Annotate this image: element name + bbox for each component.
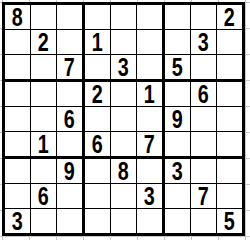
cell-r4c5[interactable] (111, 82, 136, 106)
cell-r5c6[interactable] (137, 107, 162, 131)
cell-r2c7[interactable] (165, 30, 190, 54)
cell-r9c3[interactable] (57, 209, 82, 233)
cell-r7c5[interactable]: 8 (111, 159, 136, 183)
cell-r1c2[interactable] (31, 5, 56, 29)
given-digit: 1 (92, 30, 103, 54)
cell-r3c3[interactable]: 7 (57, 55, 82, 79)
cell-r6c2[interactable]: 1 (31, 132, 56, 156)
box-3-1: 963 (5, 159, 82, 233)
cell-r9c5[interactable] (111, 209, 136, 233)
box-3-2: 83 (85, 159, 162, 233)
cell-r9c8[interactable] (191, 209, 216, 233)
given-digit: 3 (12, 209, 23, 233)
cell-r6c5[interactable] (111, 132, 136, 156)
given-digit: 9 (172, 107, 183, 131)
given-digit: 2 (38, 30, 49, 54)
given-digit: 3 (198, 30, 209, 54)
cell-r4c2[interactable] (31, 82, 56, 106)
cell-r6c7[interactable] (165, 132, 190, 156)
cell-r1c8[interactable] (191, 5, 216, 29)
given-digit: 8 (118, 159, 129, 183)
cell-r5c1[interactable] (5, 107, 30, 131)
cell-r7c6[interactable] (137, 159, 162, 183)
cell-r8c7[interactable] (165, 184, 190, 208)
given-digit: 6 (64, 107, 75, 131)
cell-r3c6[interactable] (137, 55, 162, 79)
cell-r8c9[interactable] (217, 184, 242, 208)
cell-r8c5[interactable] (111, 184, 136, 208)
cell-r4c1[interactable] (5, 82, 30, 106)
cell-r9c1[interactable]: 3 (5, 209, 30, 233)
cell-r1c1[interactable]: 8 (5, 5, 30, 29)
given-digit: 5 (224, 209, 235, 233)
cell-r7c2[interactable] (31, 159, 56, 183)
given-digit: 3 (118, 55, 129, 79)
page: 827132356121676996383375 (0, 0, 250, 240)
cell-r7c3[interactable]: 9 (57, 159, 82, 183)
cell-r1c9[interactable]: 2 (217, 5, 242, 29)
cell-r4c9[interactable] (217, 82, 242, 106)
cell-r3c7[interactable]: 5 (165, 55, 190, 79)
cell-r6c3[interactable] (57, 132, 82, 156)
cell-r2c9[interactable] (217, 30, 242, 54)
given-digit: 7 (198, 184, 209, 208)
cell-r7c8[interactable] (191, 159, 216, 183)
cell-r2c2[interactable]: 2 (31, 30, 56, 54)
cell-r9c9[interactable]: 5 (217, 209, 242, 233)
given-digit: 3 (144, 184, 155, 208)
cell-r2c6[interactable] (137, 30, 162, 54)
cell-r4c7[interactable] (165, 82, 190, 106)
box-2-3: 69 (165, 82, 242, 156)
cell-r1c4[interactable] (85, 5, 110, 29)
cell-r4c6[interactable]: 1 (137, 82, 162, 106)
cell-r8c1[interactable] (5, 184, 30, 208)
cell-r3c4[interactable] (85, 55, 110, 79)
cell-r2c8[interactable]: 3 (191, 30, 216, 54)
cell-r5c8[interactable] (191, 107, 216, 131)
cell-r3c9[interactable] (217, 55, 242, 79)
given-digit: 7 (64, 55, 75, 79)
box-1-3: 235 (165, 5, 242, 79)
cell-r8c8[interactable]: 7 (191, 184, 216, 208)
cell-r8c3[interactable] (57, 184, 82, 208)
cell-r1c7[interactable] (165, 5, 190, 29)
box-2-1: 61 (5, 82, 82, 156)
cell-r5c2[interactable] (31, 107, 56, 131)
cell-r3c1[interactable] (5, 55, 30, 79)
cell-r1c3[interactable] (57, 5, 82, 29)
cell-r4c3[interactable] (57, 82, 82, 106)
cell-r5c5[interactable] (111, 107, 136, 131)
cell-r7c1[interactable] (5, 159, 30, 183)
cell-r3c2[interactable] (31, 55, 56, 79)
cell-r5c7[interactable]: 9 (165, 107, 190, 131)
cell-r9c7[interactable] (165, 209, 190, 233)
cell-r7c7[interactable]: 3 (165, 159, 190, 183)
cell-r9c4[interactable] (85, 209, 110, 233)
given-digit: 1 (144, 82, 155, 106)
cell-r1c5[interactable] (111, 5, 136, 29)
given-digit: 2 (92, 82, 103, 106)
cell-r8c6[interactable]: 3 (137, 184, 162, 208)
cell-r5c9[interactable] (217, 107, 242, 131)
given-digit: 2 (224, 5, 235, 29)
given-digit: 6 (198, 82, 209, 106)
cell-r9c6[interactable] (137, 209, 162, 233)
cell-r1c6[interactable] (137, 5, 162, 29)
cell-r8c2[interactable]: 6 (31, 184, 56, 208)
given-digit: 3 (172, 159, 183, 183)
given-digit: 7 (144, 132, 155, 156)
cell-r8c4[interactable] (85, 184, 110, 208)
box-1-2: 13 (85, 5, 162, 79)
cell-r6c8[interactable] (191, 132, 216, 156)
given-digit: 9 (64, 159, 75, 183)
cell-r3c8[interactable] (191, 55, 216, 79)
cell-r4c8[interactable]: 6 (191, 82, 216, 106)
box-1-1: 827 (5, 5, 82, 79)
cell-r2c5[interactable] (111, 30, 136, 54)
cell-r7c9[interactable] (217, 159, 242, 183)
cell-r6c9[interactable] (217, 132, 242, 156)
given-digit: 6 (92, 132, 103, 156)
cell-r5c3[interactable]: 6 (57, 107, 82, 131)
given-digit: 5 (172, 55, 183, 79)
cell-r2c4[interactable]: 1 (85, 30, 110, 54)
cell-r2c3[interactable] (57, 30, 82, 54)
box-3-3: 375 (165, 159, 242, 233)
box-2-2: 2167 (85, 82, 162, 156)
cell-r3c5[interactable]: 3 (111, 55, 136, 79)
cell-r2c1[interactable] (5, 30, 30, 54)
given-digit: 8 (12, 5, 23, 29)
given-digit: 6 (38, 184, 49, 208)
cell-r5c4[interactable] (85, 107, 110, 131)
cell-r6c1[interactable] (5, 132, 30, 156)
cell-r6c4[interactable]: 6 (85, 132, 110, 156)
cell-r7c4[interactable] (85, 159, 110, 183)
given-digit: 1 (38, 132, 49, 156)
sudoku-board: 827132356121676996383375 (2, 2, 245, 236)
cell-r9c2[interactable] (31, 209, 56, 233)
cell-r6c6[interactable]: 7 (137, 132, 162, 156)
cell-r4c4[interactable]: 2 (85, 82, 110, 106)
